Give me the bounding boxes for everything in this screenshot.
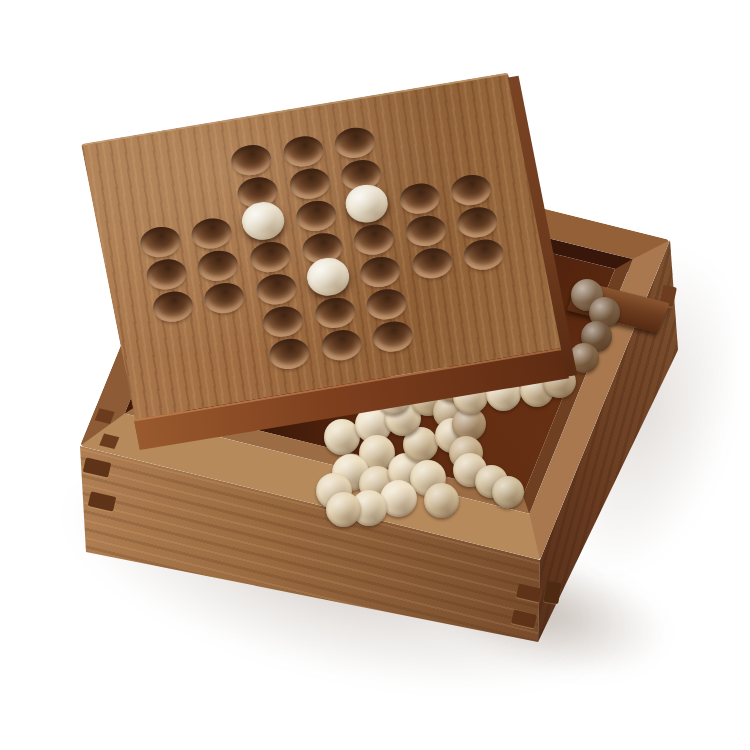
board-hole[interactable]: [357, 253, 402, 289]
board-hole[interactable]: [351, 221, 396, 257]
board-hole[interactable]: [150, 288, 195, 324]
board-hole[interactable]: [287, 165, 332, 201]
board-hole[interactable]: [247, 239, 292, 275]
board-hole[interactable]: [364, 286, 409, 322]
board-hole[interactable]: [455, 204, 500, 240]
board-hole[interactable]: [370, 318, 415, 354]
board-hole[interactable]: [260, 303, 305, 339]
board-hole[interactable]: [266, 335, 311, 371]
board-hole[interactable]: [280, 133, 325, 169]
finger-joint: [99, 433, 119, 449]
board-hole[interactable]: [144, 256, 189, 292]
tray-ball[interactable]: [424, 483, 459, 518]
board-hole[interactable]: [254, 271, 299, 307]
board-hole[interactable]: [312, 294, 357, 330]
board-hole[interactable]: [397, 180, 442, 216]
finger-joint: [95, 408, 115, 424]
board-hole[interactable]: [448, 172, 493, 208]
board-hole[interactable]: [403, 213, 448, 249]
board-grid: [81, 74, 508, 145]
board-hole[interactable]: [189, 215, 234, 251]
board-hole[interactable]: [409, 245, 454, 281]
board-hole[interactable]: [202, 280, 247, 316]
board-hole[interactable]: [137, 224, 182, 260]
solitaire-board: [81, 73, 562, 420]
board-hole[interactable]: [318, 327, 363, 363]
board-hole[interactable]: [228, 142, 273, 178]
tray-ball[interactable]: [326, 492, 361, 527]
board-hole[interactable]: [293, 198, 338, 234]
board-hole[interactable]: [332, 124, 377, 160]
board-hole[interactable]: [196, 247, 241, 283]
board-hole[interactable]: [461, 236, 506, 272]
tray-ball[interactable]: [492, 476, 524, 508]
product-photo-scene: [0, 0, 750, 750]
